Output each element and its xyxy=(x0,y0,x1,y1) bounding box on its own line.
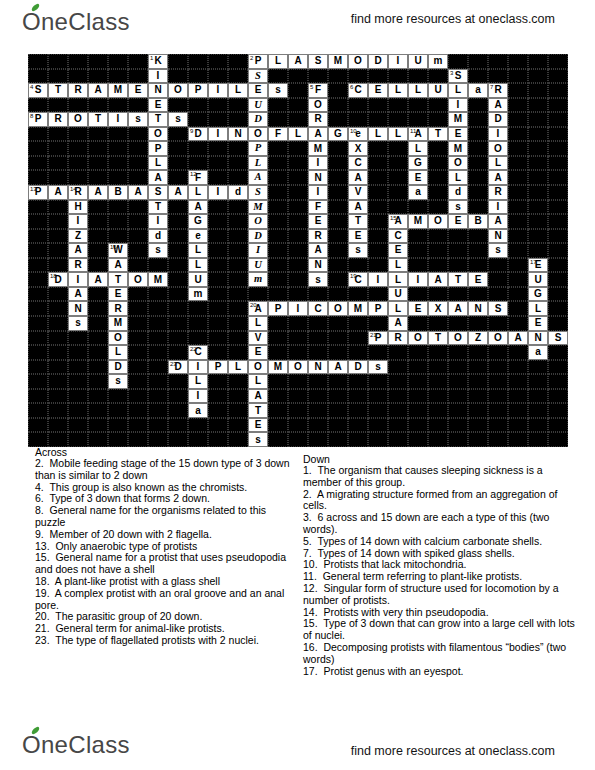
grid-cell[interactable]: A xyxy=(248,389,268,404)
grid-cell[interactable]: R xyxy=(308,229,328,244)
grid-cell[interactable]: D xyxy=(248,112,268,127)
grid-cell-black xyxy=(88,316,108,331)
grid-cell[interactable]: 7R xyxy=(488,83,508,98)
grid-cell-black xyxy=(268,229,288,244)
grid-cell[interactable]: D xyxy=(108,360,128,375)
grid-cell-black xyxy=(28,331,48,346)
grid-cell[interactable]: O xyxy=(68,112,88,127)
grid-cell[interactable]: O xyxy=(448,331,468,346)
grid-cell-black xyxy=(268,112,288,127)
grid-cell-black xyxy=(508,54,528,69)
grid-cell[interactable]: A xyxy=(88,83,108,98)
grid-cell[interactable]: U xyxy=(248,98,268,113)
grid-cell-black xyxy=(388,112,408,127)
grid-cell-black xyxy=(428,98,448,113)
grid-cell[interactable]: 13P xyxy=(28,185,48,200)
grid-cell[interactable]: 12F xyxy=(188,170,208,185)
grid-cell[interactable]: L xyxy=(388,258,408,273)
grid-cell[interactable]: A xyxy=(248,170,268,185)
grid-cell[interactable]: L xyxy=(408,141,428,156)
grid-cell[interactable]: s xyxy=(168,112,188,127)
grid-cell[interactable]: A xyxy=(428,272,448,287)
grid-cell[interactable]: V xyxy=(248,331,268,346)
grid-cell[interactable]: T xyxy=(148,112,168,127)
grid-cell[interactable]: M xyxy=(248,200,268,215)
grid-cell[interactable]: s xyxy=(108,374,128,389)
clue-item: 2. A migrating structure formed from an … xyxy=(303,489,579,513)
grid-cell[interactable]: A xyxy=(88,272,108,287)
grid-cell[interactable]: a xyxy=(468,83,488,98)
grid-cell-black xyxy=(208,345,228,360)
grid-cell[interactable]: M xyxy=(268,360,288,375)
grid-cell[interactable]: I xyxy=(488,127,508,142)
grid-cell-black xyxy=(308,69,328,84)
grid-cell[interactable]: F xyxy=(268,127,288,142)
grid-cell-black xyxy=(328,345,348,360)
grid-cell[interactable]: L xyxy=(188,374,208,389)
grid-cell[interactable]: A xyxy=(48,185,68,200)
grid-cell[interactable]: L xyxy=(488,156,508,171)
grid-cell[interactable]: E xyxy=(248,83,268,98)
grid-cell[interactable]: L xyxy=(148,156,168,171)
grid-cell[interactable]: N xyxy=(468,301,488,316)
grid-cell[interactable]: R xyxy=(488,185,508,200)
grid-cell[interactable]: 4S xyxy=(28,83,48,98)
grid-cell[interactable]: L xyxy=(248,374,268,389)
grid-cell[interactable]: R xyxy=(68,258,88,273)
grid-cell[interactable]: O xyxy=(488,141,508,156)
grid-cell[interactable]: N xyxy=(308,360,328,375)
grid-cell[interactable]: a xyxy=(408,185,428,200)
grid-cell[interactable]: 21P xyxy=(368,331,388,346)
grid-cell[interactable]: T xyxy=(88,112,108,127)
grid-cell-black xyxy=(448,229,468,244)
cell-letter: L xyxy=(195,245,201,255)
grid-cell[interactable]: U xyxy=(388,287,408,302)
grid-cell[interactable]: F xyxy=(308,200,328,215)
grid-cell[interactable]: A xyxy=(68,243,88,258)
grid-cell[interactable]: R xyxy=(388,331,408,346)
grid-cell[interactable]: M xyxy=(308,141,328,156)
grid-cell[interactable]: R xyxy=(308,112,328,127)
grid-cell-black xyxy=(148,360,168,375)
grid-cell[interactable]: I xyxy=(188,389,208,404)
grid-cell[interactable]: 5F xyxy=(308,83,328,98)
grid-cell[interactable]: E xyxy=(368,83,388,98)
grid-cell[interactable]: G xyxy=(188,214,208,229)
grid-cell[interactable]: A xyxy=(488,98,508,113)
grid-cell[interactable]: O xyxy=(328,301,348,316)
grid-cell[interactable]: T xyxy=(428,127,448,142)
grid-cell[interactable]: U xyxy=(428,83,448,98)
grid-cell[interactable]: d xyxy=(228,185,248,200)
grid-cell[interactable]: Z xyxy=(68,229,88,244)
grid-cell[interactable]: O xyxy=(248,360,268,375)
grid-cell-black xyxy=(288,389,308,404)
grid-cell[interactable]: 1K xyxy=(148,54,168,69)
cell-letter: L xyxy=(455,85,461,95)
grid-cell[interactable]: E xyxy=(128,83,148,98)
grid-cell[interactable]: e xyxy=(188,229,208,244)
cell-letter: D xyxy=(114,362,121,372)
grid-cell-black xyxy=(288,83,308,98)
grid-cell[interactable]: C xyxy=(308,301,328,316)
grid-cell[interactable]: M xyxy=(108,316,128,331)
grid-cell[interactable]: 14R xyxy=(68,185,88,200)
grid-cell[interactable]: O xyxy=(128,272,148,287)
grid-cell-black xyxy=(508,360,528,375)
header-tagline: find more resources at oneclass.com xyxy=(351,12,555,26)
cell-letter: N xyxy=(474,304,481,314)
grid-cell-black xyxy=(68,360,88,375)
grid-cell[interactable]: A xyxy=(148,170,168,185)
grid-cell[interactable]: M xyxy=(448,112,468,127)
grid-cell[interactable]: 10e xyxy=(348,127,368,142)
grid-cell[interactable]: N xyxy=(528,331,548,346)
grid-cell[interactable]: I xyxy=(208,83,228,98)
cell-letter: L xyxy=(195,260,201,270)
grid-cell[interactable]: A xyxy=(308,243,328,258)
grid-cell-black xyxy=(48,345,68,360)
grid-cell[interactable]: I xyxy=(288,301,308,316)
grid-cell[interactable]: O xyxy=(408,331,428,346)
grid-cell-black xyxy=(488,272,508,287)
grid-cell[interactable]: O xyxy=(108,331,128,346)
grid-cell[interactable]: D xyxy=(488,112,508,127)
grid-cell-black xyxy=(428,403,448,418)
grid-cell-black xyxy=(168,345,188,360)
grid-cell-black xyxy=(488,69,508,84)
grid-cell[interactable]: s xyxy=(248,432,268,447)
grid-cell-black xyxy=(48,258,68,273)
grid-cell[interactable]: L xyxy=(448,170,468,185)
clue-number: 15 xyxy=(390,215,397,221)
grid-cell[interactable]: A xyxy=(308,127,328,142)
grid-cell[interactable]: a xyxy=(528,345,548,360)
grid-cell[interactable]: E xyxy=(388,243,408,258)
grid-cell[interactable]: L xyxy=(188,258,208,273)
grid-cell[interactable]: 15A xyxy=(388,214,408,229)
grid-cell[interactable]: L xyxy=(388,301,408,316)
grid-cell[interactable]: I xyxy=(488,200,508,215)
grid-cell[interactable]: 18D xyxy=(48,272,68,287)
grid-cell[interactable]: d xyxy=(448,185,468,200)
cell-letter: F xyxy=(315,85,321,95)
grid-cell-black xyxy=(168,141,188,156)
grid-cell[interactable]: I xyxy=(108,112,128,127)
grid-cell[interactable]: D xyxy=(248,229,268,244)
grid-cell[interactable]: T xyxy=(448,272,468,287)
grid-cell-black xyxy=(548,112,568,127)
grid-cell[interactable]: S xyxy=(548,331,568,346)
grid-cell[interactable]: V xyxy=(348,185,368,200)
grid-cell[interactable]: I xyxy=(408,272,428,287)
grid-cell[interactable]: E xyxy=(248,418,268,433)
grid-cell[interactable]: a xyxy=(188,403,208,418)
grid-cell[interactable]: L xyxy=(368,127,388,142)
grid-cell[interactable]: P xyxy=(188,83,208,98)
grid-cell[interactable]: I xyxy=(388,54,408,69)
grid-cell[interactable]: B xyxy=(108,185,128,200)
grid-cell[interactable]: L xyxy=(288,127,308,142)
grid-cell[interactable]: I xyxy=(188,360,208,375)
grid-cell[interactable]: T xyxy=(148,200,168,215)
clue-item: 18. A plant-like protist with a glass sh… xyxy=(35,576,299,588)
grid-cell[interactable]: L xyxy=(388,127,408,142)
grid-cell[interactable]: O xyxy=(308,98,328,113)
grid-cell[interactable]: M xyxy=(408,214,428,229)
grid-cell[interactable]: 16W xyxy=(108,243,128,258)
grid-cell[interactable]: A xyxy=(128,185,148,200)
grid-cell[interactable]: I xyxy=(148,69,168,84)
grid-cell[interactable]: L xyxy=(388,83,408,98)
grid-cell[interactable]: E xyxy=(248,345,268,360)
grid-cell[interactable]: s xyxy=(148,243,168,258)
grid-cell[interactable]: N xyxy=(308,170,328,185)
grid-cell[interactable]: I xyxy=(148,214,168,229)
grid-cell[interactable]: E xyxy=(448,127,468,142)
grid-cell[interactable]: 17E xyxy=(528,258,548,273)
grid-cell[interactable]: s xyxy=(488,243,508,258)
grid-cell-black xyxy=(388,69,408,84)
grid-cell[interactable]: M xyxy=(448,141,468,156)
grid-cell[interactable]: N xyxy=(148,83,168,98)
grid-cell[interactable]: L xyxy=(248,156,268,171)
grid-cell[interactable]: L xyxy=(528,301,548,316)
grid-cell-black xyxy=(528,229,548,244)
grid-cell[interactable]: s xyxy=(68,316,88,331)
grid-cell[interactable]: T xyxy=(348,214,368,229)
grid-cell[interactable]: P xyxy=(248,141,268,156)
grid-cell[interactable]: S xyxy=(248,69,268,84)
grid-cell[interactable]: U xyxy=(188,272,208,287)
grid-cell[interactable]: 2P xyxy=(248,54,268,69)
grid-cell[interactable]: A xyxy=(168,185,188,200)
grid-cell[interactable]: A xyxy=(88,185,108,200)
grid-cell[interactable]: T xyxy=(48,83,68,98)
grid-cell[interactable]: T xyxy=(108,272,128,287)
grid-cell[interactable]: m xyxy=(188,287,208,302)
grid-cell[interactable]: D xyxy=(368,54,388,69)
grid-cell[interactable]: S xyxy=(248,185,268,200)
grid-cell[interactable]: E xyxy=(348,229,368,244)
grid-cell[interactable]: I xyxy=(308,156,328,171)
grid-cell-black xyxy=(328,185,348,200)
grid-cell[interactable]: O xyxy=(428,214,448,229)
grid-cell[interactable]: I xyxy=(208,185,228,200)
grid-cell[interactable]: C xyxy=(388,229,408,244)
grid-cell[interactable]: 3S xyxy=(448,69,468,84)
cell-letter: s xyxy=(315,275,321,285)
grid-cell[interactable]: 19C xyxy=(348,272,368,287)
grid-cell[interactable]: G xyxy=(408,156,428,171)
grid-cell[interactable]: m xyxy=(248,272,268,287)
grid-cell[interactable]: I xyxy=(68,214,88,229)
grid-cell[interactable]: A xyxy=(488,214,508,229)
grid-cell[interactable]: L xyxy=(108,345,128,360)
grid-cell[interactable]: I xyxy=(68,272,88,287)
grid-cell-black xyxy=(288,69,308,84)
grid-cell[interactable]: P xyxy=(208,360,228,375)
grid-cell[interactable]: L xyxy=(408,83,428,98)
grid-cell[interactable]: E xyxy=(448,214,468,229)
grid-cell[interactable]: 8P xyxy=(28,112,48,127)
grid-cell[interactable]: 20A xyxy=(248,301,268,316)
cell-letter: P xyxy=(375,304,382,314)
grid-cell[interactable]: A xyxy=(508,331,528,346)
grid-cell[interactable]: s xyxy=(448,200,468,215)
grid-cell[interactable]: E xyxy=(148,98,168,113)
grid-cell-black xyxy=(188,54,208,69)
grid-cell[interactable]: L xyxy=(248,316,268,331)
grid-cell[interactable]: A xyxy=(388,316,408,331)
grid-cell[interactable]: L xyxy=(188,185,208,200)
grid-cell-black xyxy=(68,98,88,113)
grid-cell[interactable]: I xyxy=(308,185,328,200)
grid-cell[interactable]: I xyxy=(248,243,268,258)
grid-cell-black xyxy=(328,112,348,127)
grid-cell[interactable]: O xyxy=(288,360,308,375)
grid-cell[interactable]: A xyxy=(348,200,368,215)
grid-cell[interactable]: 22C xyxy=(188,345,208,360)
grid-cell[interactable]: S xyxy=(148,185,168,200)
grid-cell[interactable]: A xyxy=(328,360,348,375)
grid-cell[interactable]: s xyxy=(128,112,148,127)
grid-cell[interactable]: M xyxy=(328,54,348,69)
grid-cell[interactable]: U xyxy=(248,258,268,273)
cell-letter: M xyxy=(253,202,262,213)
grid-cell[interactable]: O xyxy=(348,54,368,69)
grid-cell[interactable]: R xyxy=(108,301,128,316)
grid-cell[interactable]: L xyxy=(268,54,288,69)
grid-cell[interactable]: 9D xyxy=(188,127,208,142)
grid-cell[interactable]: A xyxy=(488,170,508,185)
grid-cell-black xyxy=(88,432,108,447)
grid-cell[interactable]: A xyxy=(448,301,468,316)
grid-cell[interactable]: 6C xyxy=(348,83,368,98)
grid-cell[interactable]: I xyxy=(208,127,228,142)
cell-letter: A xyxy=(314,245,321,255)
grid-cell[interactable]: A xyxy=(348,170,368,185)
oneclass-logo: OneClass xyxy=(22,8,130,36)
grid-cell[interactable]: M xyxy=(348,301,368,316)
grid-cell[interactable]: S xyxy=(488,301,508,316)
grid-cell[interactable]: P xyxy=(368,301,388,316)
cell-letter: I xyxy=(317,187,320,197)
grid-cell[interactable]: D xyxy=(348,360,368,375)
grid-cell[interactable]: G xyxy=(528,287,548,302)
grid-cell-black xyxy=(168,287,188,302)
grid-cell[interactable]: R xyxy=(68,83,88,98)
grid-cell[interactable]: A xyxy=(188,200,208,215)
grid-cell[interactable]: O xyxy=(488,331,508,346)
grid-cell[interactable]: G xyxy=(328,127,348,142)
grid-cell-black xyxy=(88,141,108,156)
grid-cell[interactable]: m xyxy=(428,54,448,69)
grid-cell[interactable]: U xyxy=(528,272,548,287)
grid-cell[interactable]: I xyxy=(368,272,388,287)
grid-cell[interactable]: O xyxy=(148,127,168,142)
grid-cell[interactable]: H xyxy=(68,200,88,215)
grid-cell[interactable]: A xyxy=(288,54,308,69)
grid-cell[interactable]: E xyxy=(528,316,548,331)
cell-letter: A xyxy=(154,173,161,183)
grid-cell-black xyxy=(128,200,148,215)
grid-cell[interactable]: d xyxy=(148,229,168,244)
clue-number: 17 xyxy=(530,259,537,265)
grid-cell[interactable]: P xyxy=(268,301,288,316)
grid-cell[interactable]: X xyxy=(428,301,448,316)
grid-cell[interactable]: X xyxy=(348,141,368,156)
grid-cell[interactable]: s xyxy=(368,360,388,375)
grid-cell[interactable]: T xyxy=(428,331,448,346)
grid-cell[interactable]: E xyxy=(408,170,428,185)
grid-cell[interactable]: U xyxy=(408,54,428,69)
grid-cell[interactable]: L xyxy=(188,243,208,258)
cell-letter: E xyxy=(415,304,422,314)
grid-cell[interactable]: N xyxy=(308,258,328,273)
grid-cell[interactable]: A xyxy=(68,287,88,302)
grid-cell[interactable]: M xyxy=(148,272,168,287)
grid-cell-black xyxy=(528,127,548,142)
grid-cell[interactable]: A xyxy=(108,258,128,273)
grid-cell[interactable]: E xyxy=(408,301,428,316)
clue-item: 17. Protist genus with an eyespot. xyxy=(303,666,579,678)
cell-letter: X xyxy=(435,304,442,314)
grid-cell[interactable]: O xyxy=(168,83,188,98)
grid-cell[interactable]: E xyxy=(308,214,328,229)
grid-cell[interactable]: B xyxy=(468,214,488,229)
grid-cell[interactable]: E xyxy=(468,272,488,287)
grid-cell-black xyxy=(88,127,108,142)
grid-cell[interactable]: L xyxy=(388,272,408,287)
grid-cell[interactable]: C xyxy=(348,156,368,171)
grid-cell[interactable]: O xyxy=(248,127,268,142)
grid-cell[interactable]: L xyxy=(448,83,468,98)
grid-cell-black xyxy=(108,214,128,229)
cell-letter: L xyxy=(235,362,241,372)
clue-number: 7 xyxy=(490,84,493,90)
clue-number: 14 xyxy=(70,186,77,192)
cell-letter: I xyxy=(197,391,200,401)
grid-cell[interactable]: I xyxy=(448,98,468,113)
grid-cell[interactable]: T xyxy=(248,403,268,418)
grid-cell[interactable]: O xyxy=(448,156,468,171)
grid-cell[interactable]: O xyxy=(248,214,268,229)
grid-cell-black xyxy=(428,185,448,200)
grid-cell[interactable]: 23D xyxy=(168,360,188,375)
grid-cell[interactable]: 11A xyxy=(408,127,428,142)
cell-letter: U xyxy=(194,275,201,285)
grid-cell[interactable]: s xyxy=(268,83,288,98)
grid-cell[interactable]: Z xyxy=(468,331,488,346)
grid-cell[interactable]: N xyxy=(488,229,508,244)
grid-cell[interactable]: N xyxy=(228,127,248,142)
grid-cell[interactable]: M xyxy=(108,83,128,98)
grid-cell[interactable]: s xyxy=(308,272,328,287)
grid-cell[interactable]: L xyxy=(228,83,248,98)
grid-cell[interactable]: R xyxy=(48,112,68,127)
grid-cell[interactable]: S xyxy=(308,54,328,69)
grid-cell[interactable]: s xyxy=(348,243,368,258)
grid-cell-black xyxy=(28,403,48,418)
grid-cell[interactable]: L xyxy=(228,360,248,375)
grid-cell-black xyxy=(168,316,188,331)
grid-cell[interactable]: E xyxy=(108,287,128,302)
grid-cell[interactable]: P xyxy=(148,141,168,156)
grid-cell-black xyxy=(388,170,408,185)
grid-cell[interactable]: N xyxy=(68,301,88,316)
